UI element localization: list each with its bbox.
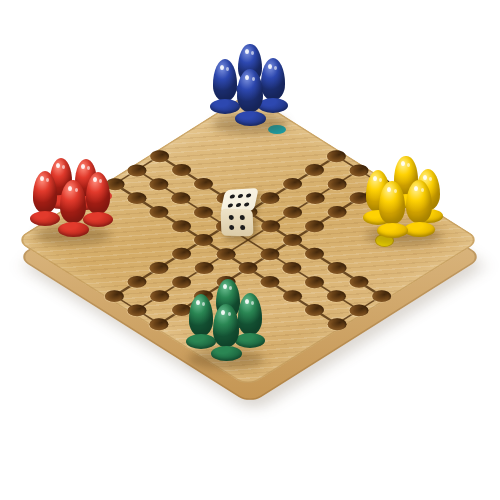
die-pip [229, 225, 234, 230]
die-pip [240, 225, 245, 230]
specular-highlight [401, 161, 405, 166]
specular-highlight [68, 186, 72, 191]
specular-highlight [223, 284, 227, 289]
specular-highlight [75, 188, 78, 192]
specular-highlight [245, 299, 249, 304]
red-peg-body [60, 180, 85, 223]
red-peg-body [86, 172, 111, 214]
die-pip [246, 194, 252, 198]
yellow-peg-body [406, 180, 431, 223]
yellow-peg-body [379, 181, 404, 224]
green-peg[interactable] [211, 304, 242, 361]
specular-highlight [421, 188, 424, 192]
green-peg-base [211, 346, 242, 361]
die-pip [237, 194, 243, 198]
specular-highlight [414, 186, 418, 191]
blue-peg-base [235, 111, 266, 126]
product-photo-stage [0, 0, 500, 500]
red-peg[interactable] [58, 180, 89, 237]
red-peg[interactable] [30, 171, 60, 226]
specular-highlight [196, 300, 200, 305]
specular-highlight [423, 175, 427, 180]
red-peg-base [30, 211, 60, 226]
red-peg-base [58, 222, 89, 237]
blue-peg-body [237, 69, 262, 112]
die-pip [229, 215, 234, 220]
green-peg-body [189, 294, 213, 336]
green-peg-body [213, 304, 238, 347]
yellow-peg[interactable] [404, 180, 435, 237]
specular-highlight [394, 189, 397, 193]
die-pip [236, 203, 242, 207]
specular-highlight [268, 64, 272, 69]
die[interactable] [220, 189, 260, 239]
specular-highlight [373, 176, 377, 181]
specular-highlight [221, 310, 225, 315]
blue-peg[interactable] [235, 69, 266, 126]
die-front-face [221, 209, 254, 237]
die-pip [229, 195, 235, 199]
specular-highlight [220, 65, 224, 70]
yellow-peg-base [377, 223, 408, 238]
specular-highlight [387, 187, 391, 192]
blue-peg-body [213, 59, 237, 101]
specular-highlight [252, 77, 255, 81]
die-pip [244, 202, 250, 206]
specular-highlight [245, 49, 249, 54]
yellow-peg[interactable] [377, 181, 408, 238]
specular-highlight [228, 312, 231, 316]
die-pip [240, 215, 245, 220]
yellow-peg-base [404, 222, 435, 237]
specular-highlight [245, 75, 249, 80]
red-peg-body [33, 171, 58, 213]
die-pip [227, 203, 233, 207]
